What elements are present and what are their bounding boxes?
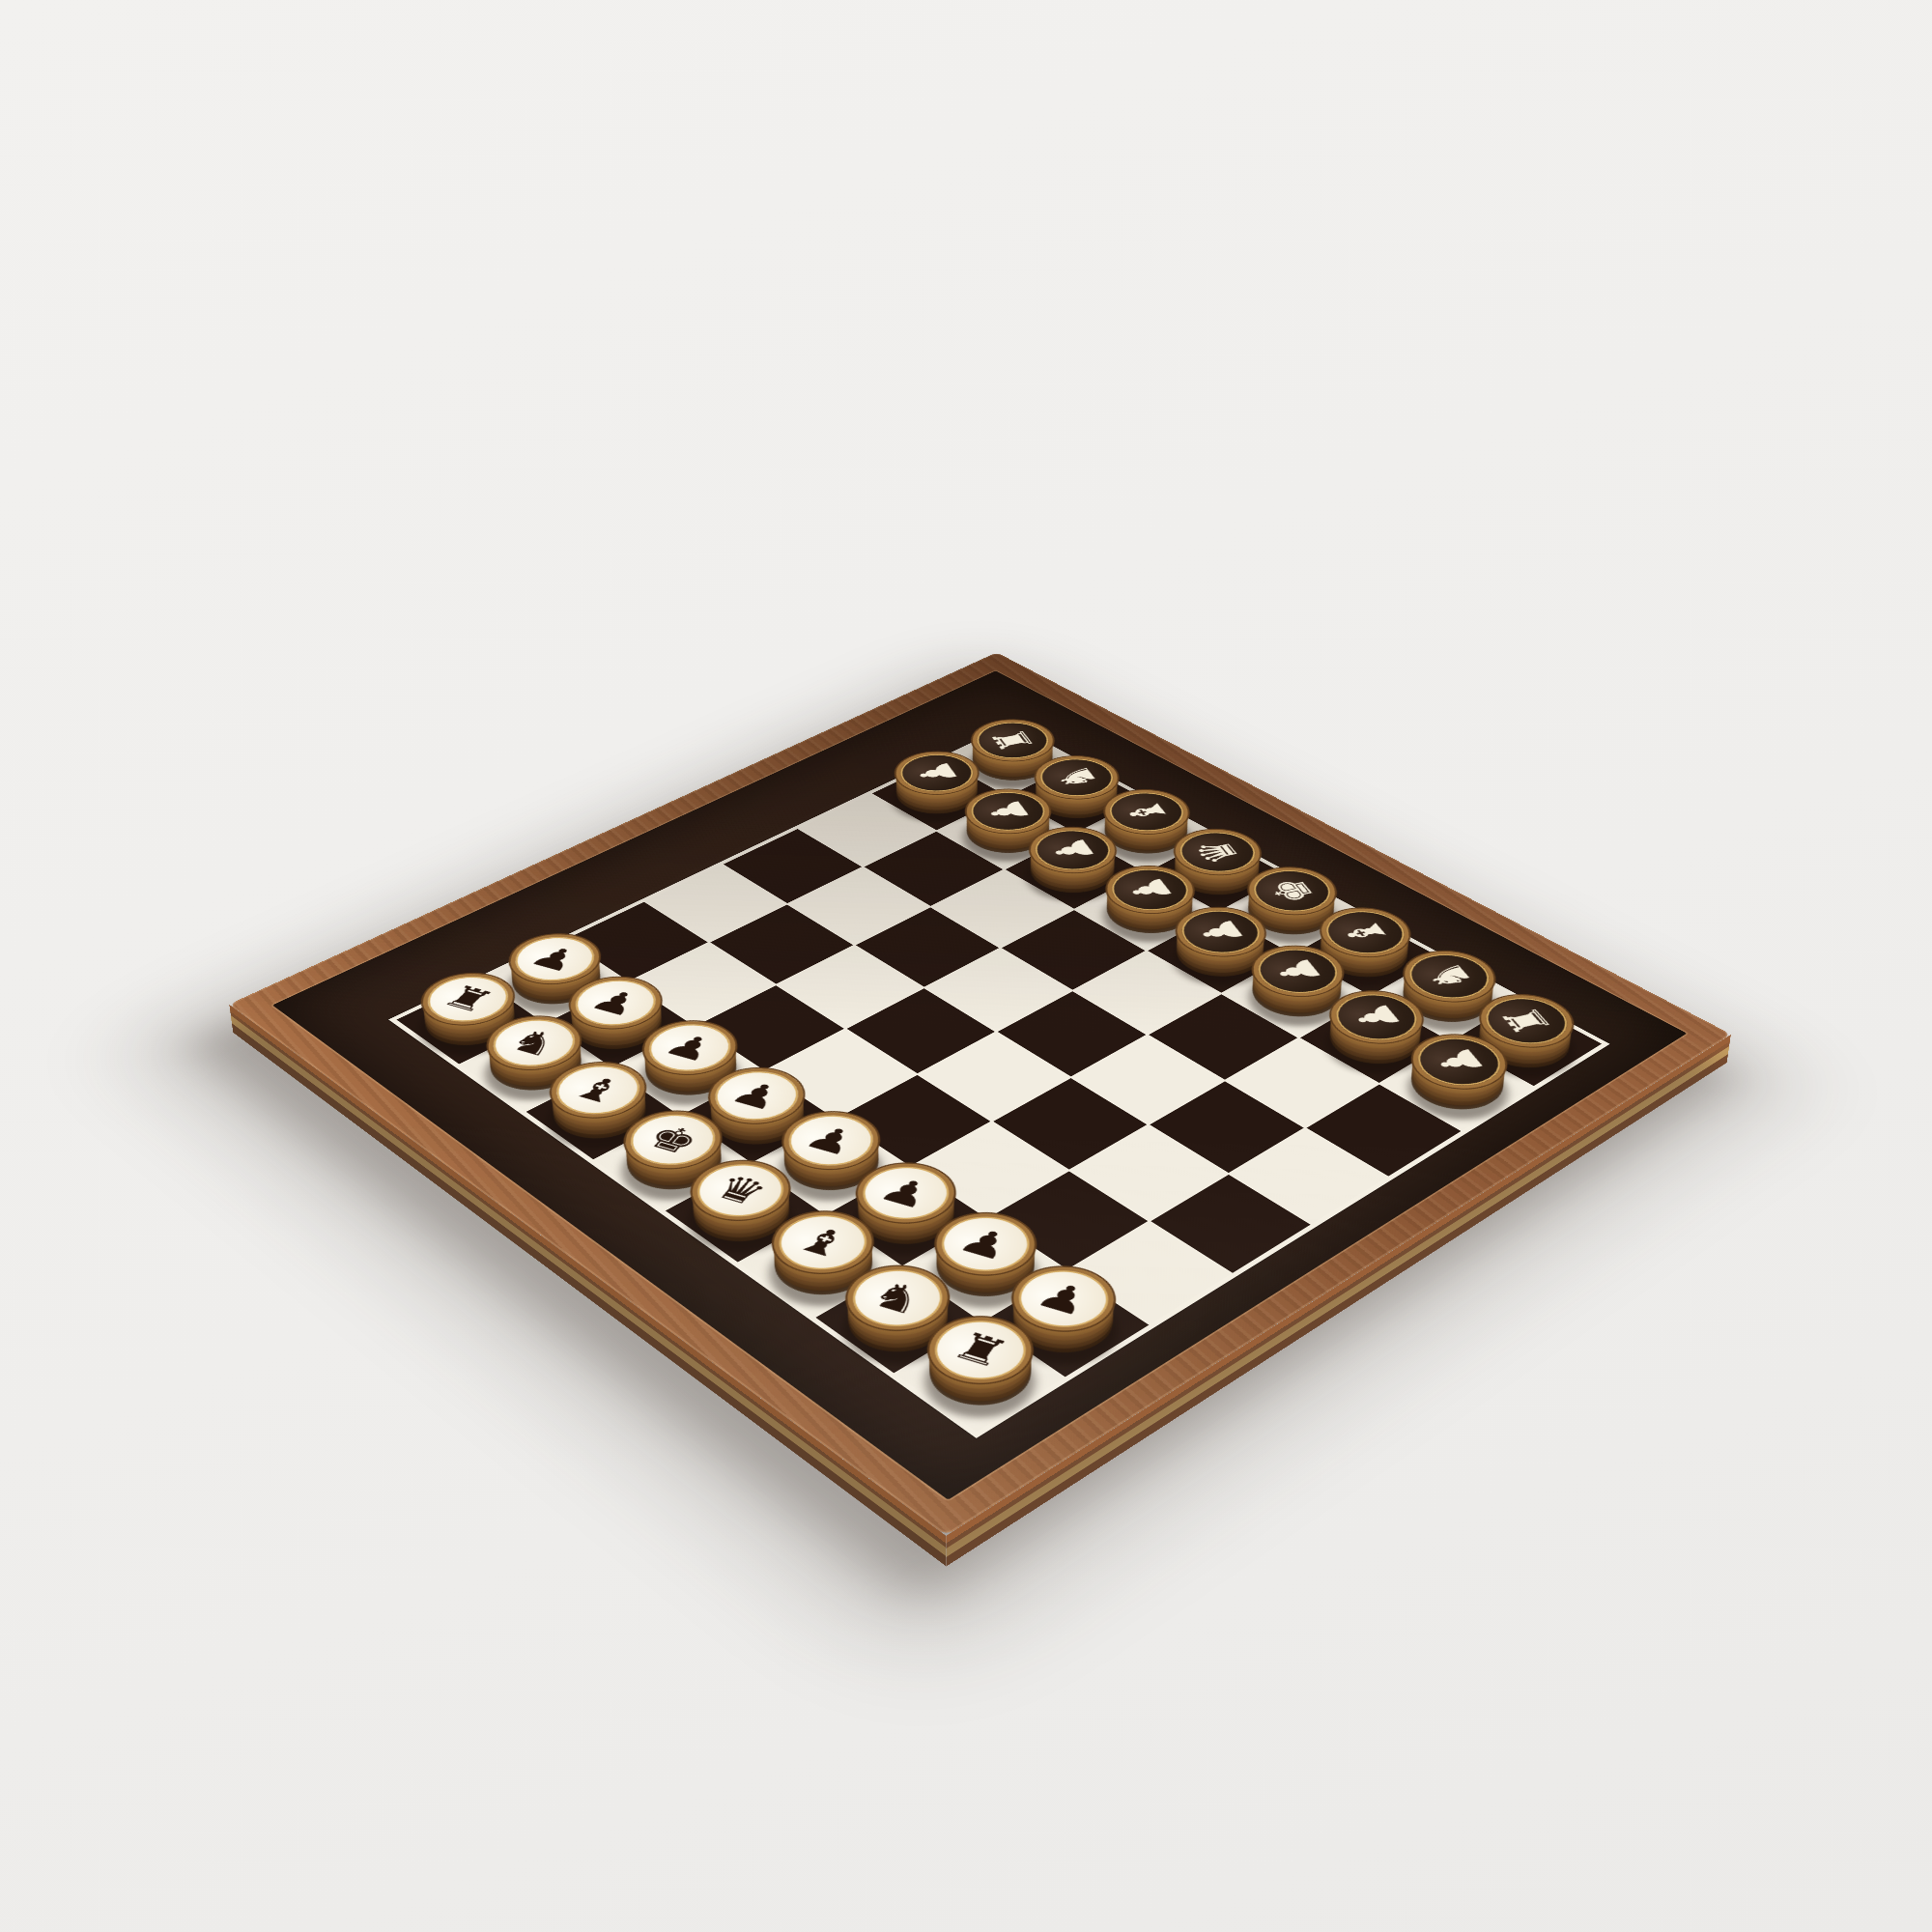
pawn-symbol-icon: ♟: [1344, 1000, 1409, 1035]
pawn-symbol-icon: ♟: [872, 1172, 940, 1214]
board-top-surface: ♜♟♟♜♞♟♟♞♝♟♟♝♚♟♟♛♛♟♟♚♝♟♟♝♞♟♟♞♜♟♟♜: [229, 652, 1731, 1535]
rook-symbol-icon: ♜: [945, 1326, 1015, 1374]
pawn-symbol-icon: ♟: [657, 1029, 723, 1067]
scene: ♜♟♟♜♞♟♟♞♝♟♟♝♚♟♟♛♛♟♟♚♝♟♟♝♞♟♟♞♜♟♟♜: [0, 0, 1932, 1932]
queen-symbol-icon: ♛: [706, 1169, 775, 1211]
knight-symbol-icon: ♞: [501, 1024, 567, 1062]
pawn-symbol-icon: ♟: [724, 1076, 789, 1116]
pawn-symbol-icon: ♟: [1426, 1043, 1493, 1079]
rook-symbol-icon: ♜: [1493, 1004, 1560, 1038]
chess-board: ♜♟♟♜♞♟♟♞♝♟♟♝♚♟♟♛♛♟♟♚♝♟♟♝♞♟♟♞♜♟♟♜: [229, 652, 1731, 1535]
pawn-symbol-icon: ♟: [798, 1120, 865, 1160]
pawn-symbol-icon: ♟: [1029, 1276, 1098, 1322]
bishop-symbol-icon: ♝: [564, 1070, 631, 1110]
king-symbol-icon: ♚: [639, 1120, 706, 1160]
bishop-symbol-icon: ♝: [788, 1220, 858, 1264]
knight-symbol-icon: ♞: [863, 1275, 933, 1321]
pawn-symbol-icon: ♟: [583, 984, 648, 1021]
chess-piece-black-pawn[interactable]: ♟: [1392, 1047, 1521, 1122]
pawn-symbol-icon: ♟: [952, 1222, 1020, 1266]
product-photo-background: ♜♟♟♜♞♟♟♞♝♟♟♝♚♟♟♛♛♟♟♚♝♟♟♝♞♟♟♞♜♟♟♜: [0, 0, 1932, 1932]
